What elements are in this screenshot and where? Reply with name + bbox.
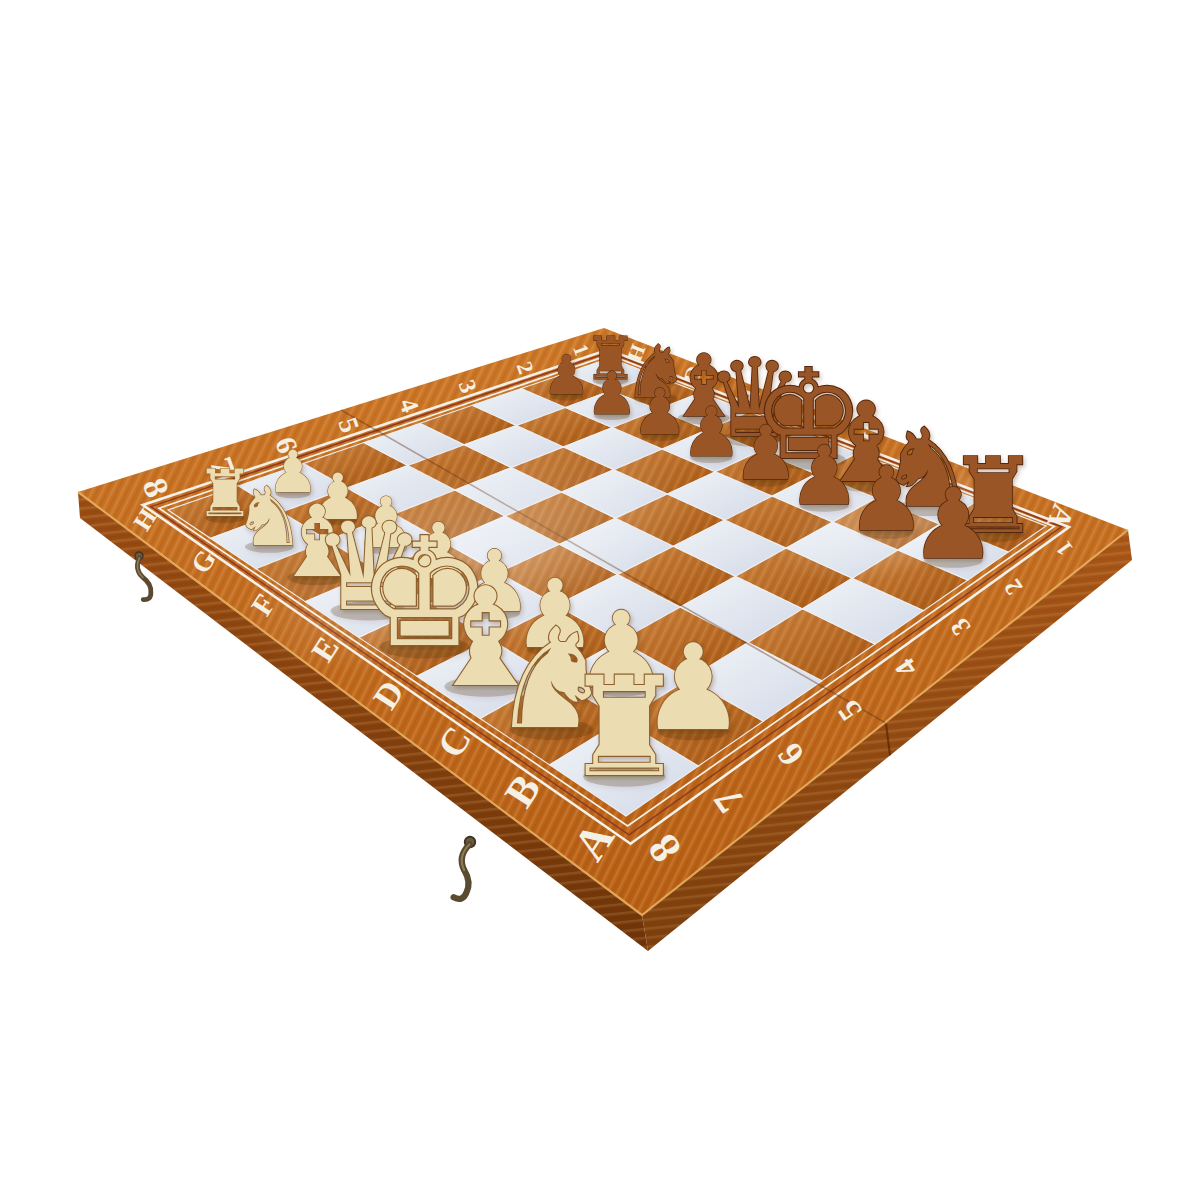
piece-dark-pawn-a2[interactable]: ♟ — [910, 467, 998, 581]
piece-dark-pawn-g2[interactable]: ♟ — [585, 359, 638, 428]
chessboard-3d-view: 8HH17GG26FF35EE44DD53CC62BB71AA8♜♟♞♟♝♟♛♟… — [0, 0, 1200, 1200]
latch-clasp-icon-bottom — [451, 836, 480, 901]
piece-light-rook-a8[interactable]: ♜ — [563, 648, 686, 807]
product-photo-scene: 8HH17GG26FF35EE44DD53CC62BB71AA8♜♟♞♟♝♟♛♟… — [0, 0, 1200, 1200]
piece-dark-pawn-h2[interactable]: ♟ — [542, 343, 591, 407]
